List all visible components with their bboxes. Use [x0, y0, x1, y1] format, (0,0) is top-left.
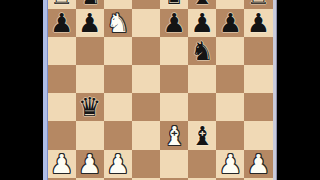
- square-b5[interactable]: [76, 65, 104, 93]
- black-pawn[interactable]: ♟: [219, 9, 242, 37]
- white-pawn[interactable]: ♟: [78, 150, 101, 178]
- square-e7[interactable]: ♟: [160, 9, 188, 37]
- square-e2[interactable]: [160, 150, 188, 178]
- square-c2[interactable]: ♟: [104, 150, 132, 178]
- square-f7[interactable]: ♟: [188, 9, 216, 37]
- white-knight[interactable]: ♞: [219, 178, 242, 180]
- square-f3[interactable]: ♝: [188, 121, 216, 149]
- square-h5[interactable]: [244, 65, 272, 93]
- square-e3[interactable]: ♝: [160, 121, 188, 149]
- square-d7[interactable]: [132, 9, 160, 37]
- white-pawn[interactable]: ♟: [106, 150, 129, 178]
- square-h4[interactable]: [244, 93, 272, 121]
- square-g4[interactable]: [216, 93, 244, 121]
- black-pawn[interactable]: ♟: [191, 9, 214, 37]
- black-pawn[interactable]: ♟: [247, 9, 270, 37]
- white-pawn[interactable]: ♟: [247, 150, 270, 178]
- black-pawn[interactable]: ♟: [78, 9, 101, 37]
- square-g3[interactable]: [216, 121, 244, 149]
- square-g1[interactable]: ♞: [216, 178, 244, 180]
- square-c7[interactable]: ♞: [104, 9, 132, 37]
- white-rook[interactable]: ♜: [247, 178, 270, 180]
- square-a2[interactable]: ♟: [48, 150, 76, 178]
- white-pawn[interactable]: ♟: [50, 150, 73, 178]
- square-e4[interactable]: [160, 93, 188, 121]
- black-queen[interactable]: ♛: [78, 93, 101, 121]
- square-b3[interactable]: [76, 121, 104, 149]
- black-pawn[interactable]: ♟: [162, 9, 185, 37]
- square-h7[interactable]: ♟: [244, 9, 272, 37]
- black-pawn[interactable]: ♟: [50, 9, 73, 37]
- white-bishop[interactable]: ♝: [191, 178, 214, 180]
- square-h3[interactable]: [244, 121, 272, 149]
- square-f1[interactable]: ♝: [188, 178, 216, 180]
- black-knight[interactable]: ♞: [191, 37, 214, 65]
- white-rook[interactable]: ♜: [134, 178, 157, 180]
- square-f6[interactable]: ♞: [188, 37, 216, 65]
- square-d2[interactable]: [132, 150, 160, 178]
- square-a6[interactable]: [48, 37, 76, 65]
- white-king[interactable]: ♚: [106, 178, 129, 180]
- square-b4[interactable]: ♛: [76, 93, 104, 121]
- square-g7[interactable]: ♟: [216, 9, 244, 37]
- square-c3[interactable]: [104, 121, 132, 149]
- square-h6[interactable]: [244, 37, 272, 65]
- square-a1[interactable]: [48, 178, 76, 180]
- square-d8[interactable]: [132, 0, 160, 9]
- square-b6[interactable]: [76, 37, 104, 65]
- square-a7[interactable]: ♟: [48, 9, 76, 37]
- square-f5[interactable]: [188, 65, 216, 93]
- square-a4[interactable]: [48, 93, 76, 121]
- window-border-right: [273, 0, 277, 180]
- square-h1[interactable]: ♜: [244, 178, 272, 180]
- square-g2[interactable]: ♟: [216, 150, 244, 178]
- desktop-background: { "game": "chess", "position": { "fen": …: [0, 0, 320, 180]
- square-g6[interactable]: [216, 37, 244, 65]
- board-viewport: ♜♞♚♝♜♟♟♞♟♟♟♟♞♛♝♝♟♟♟♟♟♚♜♝♞♜: [48, 0, 273, 180]
- square-e1[interactable]: [160, 178, 188, 180]
- white-bishop[interactable]: ♝: [162, 122, 185, 150]
- square-a3[interactable]: [48, 121, 76, 149]
- square-b7[interactable]: ♟: [76, 9, 104, 37]
- square-d5[interactable]: [132, 65, 160, 93]
- chess-board[interactable]: ♜♞♚♝♜♟♟♞♟♟♟♟♞♛♝♝♟♟♟♟♟♚♜♝♞♜: [48, 0, 273, 180]
- square-d1[interactable]: ♜: [132, 178, 160, 180]
- square-d6[interactable]: [132, 37, 160, 65]
- white-knight[interactable]: ♞: [106, 9, 129, 37]
- square-d4[interactable]: [132, 93, 160, 121]
- square-e6[interactable]: [160, 37, 188, 65]
- square-f2[interactable]: [188, 150, 216, 178]
- square-c5[interactable]: [104, 65, 132, 93]
- square-b1[interactable]: [76, 178, 104, 180]
- white-pawn[interactable]: ♟: [219, 150, 242, 178]
- square-g5[interactable]: [216, 65, 244, 93]
- square-c1[interactable]: ♚: [104, 178, 132, 180]
- square-f4[interactable]: [188, 93, 216, 121]
- square-c6[interactable]: [104, 37, 132, 65]
- square-c4[interactable]: [104, 93, 132, 121]
- black-bishop[interactable]: ♝: [191, 122, 214, 150]
- square-b2[interactable]: ♟: [76, 150, 104, 178]
- square-a5[interactable]: [48, 65, 76, 93]
- square-h2[interactable]: ♟: [244, 150, 272, 178]
- square-d3[interactable]: [132, 121, 160, 149]
- square-e5[interactable]: [160, 65, 188, 93]
